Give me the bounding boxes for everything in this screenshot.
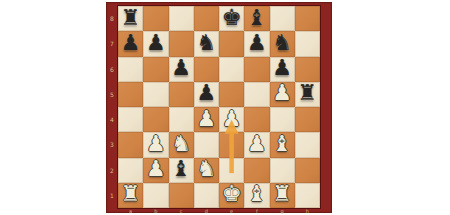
square-h2[interactable]: [295, 158, 320, 183]
piece-white-king[interactable]: ♚: [222, 183, 242, 205]
square-e8[interactable]: ♚: [219, 6, 244, 31]
square-e2[interactable]: [219, 158, 244, 183]
piece-white-pawn[interactable]: ♟: [222, 108, 242, 130]
square-h4[interactable]: [295, 107, 320, 132]
chess-board: ♜♚♝♟♟♞♟♞♟♟♟♟♜♟♟♟♞♟♝♟♝♞♜♚♝♜ 87654321 abcd…: [106, 2, 332, 213]
square-c6[interactable]: ♟: [169, 57, 194, 82]
file-label-h: h: [295, 208, 320, 214]
square-g4[interactable]: [270, 107, 295, 132]
board-squares: ♜♚♝♟♟♞♟♞♟♟♟♟♜♟♟♟♞♟♝♟♝♞♜♚♝♜: [118, 6, 320, 208]
square-b2[interactable]: ♟: [143, 158, 168, 183]
square-h6[interactable]: [295, 57, 320, 82]
piece-white-pawn[interactable]: ♟: [272, 82, 292, 104]
square-g1[interactable]: ♜: [270, 183, 295, 208]
square-e1[interactable]: ♚: [219, 183, 244, 208]
square-b3[interactable]: ♟: [143, 132, 168, 157]
file-label-e: e: [219, 208, 244, 214]
square-e7[interactable]: [219, 31, 244, 56]
file-label-c: c: [169, 208, 194, 214]
rank-label-3: 3: [106, 132, 118, 157]
square-f4[interactable]: [244, 107, 269, 132]
square-b4[interactable]: [143, 107, 168, 132]
square-d4[interactable]: ♟: [194, 107, 219, 132]
square-a4[interactable]: [118, 107, 143, 132]
piece-black-pawn[interactable]: ♟: [121, 32, 141, 54]
square-b8[interactable]: [143, 6, 168, 31]
square-b5[interactable]: [143, 82, 168, 107]
square-c2[interactable]: ♝: [169, 158, 194, 183]
square-d3[interactable]: [194, 132, 219, 157]
square-c7[interactable]: [169, 31, 194, 56]
square-d7[interactable]: ♞: [194, 31, 219, 56]
square-c3[interactable]: ♞: [169, 132, 194, 157]
rank-label-6: 6: [106, 57, 118, 82]
square-b1[interactable]: [143, 183, 168, 208]
square-b7[interactable]: ♟: [143, 31, 168, 56]
piece-white-knight[interactable]: ♞: [197, 158, 217, 180]
rank-label-2: 2: [106, 158, 118, 183]
square-a1[interactable]: ♜: [118, 183, 143, 208]
square-f2[interactable]: [244, 158, 269, 183]
square-d1[interactable]: [194, 183, 219, 208]
piece-black-pawn[interactable]: ♟: [247, 32, 267, 54]
piece-black-knight[interactable]: ♞: [197, 32, 217, 54]
square-h8[interactable]: [295, 6, 320, 31]
square-c5[interactable]: [169, 82, 194, 107]
square-a2[interactable]: [118, 158, 143, 183]
square-c4[interactable]: [169, 107, 194, 132]
file-label-a: a: [118, 208, 143, 214]
square-d8[interactable]: [194, 6, 219, 31]
square-g8[interactable]: [270, 6, 295, 31]
square-a6[interactable]: [118, 57, 143, 82]
square-d2[interactable]: ♞: [194, 158, 219, 183]
piece-black-king[interactable]: ♚: [222, 7, 242, 29]
page-background: ♜♚♝♟♟♞♟♞♟♟♟♟♜♟♟♟♞♟♝♟♝♞♜♚♝♜ 87654321 abcd…: [0, 0, 450, 215]
piece-black-pawn[interactable]: ♟: [197, 82, 217, 104]
piece-white-bishop[interactable]: ♝: [247, 183, 267, 205]
square-f6[interactable]: [244, 57, 269, 82]
square-h3[interactable]: [295, 132, 320, 157]
file-label-g: g: [270, 208, 295, 214]
square-g2[interactable]: [270, 158, 295, 183]
square-c8[interactable]: [169, 6, 194, 31]
square-a8[interactable]: ♜: [118, 6, 143, 31]
piece-black-pawn[interactable]: ♟: [146, 32, 166, 54]
square-f1[interactable]: ♝: [244, 183, 269, 208]
rank-label-4: 4: [106, 107, 118, 132]
square-e5[interactable]: [219, 82, 244, 107]
piece-black-knight[interactable]: ♞: [272, 32, 292, 54]
square-h5[interactable]: ♜: [295, 82, 320, 107]
piece-black-bishop[interactable]: ♝: [247, 7, 267, 29]
piece-black-rook[interactable]: ♜: [121, 7, 141, 29]
piece-white-knight[interactable]: ♞: [171, 133, 191, 155]
piece-white-rook[interactable]: ♜: [272, 183, 292, 205]
square-d6[interactable]: [194, 57, 219, 82]
square-a3[interactable]: [118, 132, 143, 157]
square-f3[interactable]: ♟: [244, 132, 269, 157]
piece-white-pawn[interactable]: ♟: [197, 108, 217, 130]
square-c1[interactable]: [169, 183, 194, 208]
file-label-d: d: [194, 208, 219, 214]
square-e3[interactable]: [219, 132, 244, 157]
square-f7[interactable]: ♟: [244, 31, 269, 56]
rank-label-7: 7: [106, 31, 118, 56]
square-a5[interactable]: [118, 82, 143, 107]
piece-white-pawn[interactable]: ♟: [247, 133, 267, 155]
rank-label-8: 8: [106, 6, 118, 31]
rank-label-5: 5: [106, 82, 118, 107]
square-g5[interactable]: ♟: [270, 82, 295, 107]
square-d5[interactable]: ♟: [194, 82, 219, 107]
square-e6[interactable]: [219, 57, 244, 82]
square-h7[interactable]: [295, 31, 320, 56]
piece-white-bishop[interactable]: ♝: [272, 133, 292, 155]
square-h1[interactable]: [295, 183, 320, 208]
square-g3[interactable]: ♝: [270, 132, 295, 157]
square-e4[interactable]: ♟: [219, 107, 244, 132]
file-label-b: b: [143, 208, 168, 214]
piece-white-pawn[interactable]: ♟: [146, 158, 166, 180]
piece-white-rook[interactable]: ♜: [121, 183, 141, 205]
square-a7[interactable]: ♟: [118, 31, 143, 56]
file-label-f: f: [244, 208, 269, 214]
square-b6[interactable]: [143, 57, 168, 82]
piece-white-pawn[interactable]: ♟: [146, 133, 166, 155]
square-g7[interactable]: ♞: [270, 31, 295, 56]
square-f8[interactable]: ♝: [244, 6, 269, 31]
piece-black-pawn[interactable]: ♟: [272, 57, 292, 79]
square-g6[interactable]: ♟: [270, 57, 295, 82]
rank-label-1: 1: [106, 183, 118, 208]
piece-black-bishop[interactable]: ♝: [171, 158, 191, 180]
square-f5[interactable]: [244, 82, 269, 107]
piece-black-pawn[interactable]: ♟: [171, 57, 191, 79]
piece-black-rook[interactable]: ♜: [298, 82, 318, 104]
